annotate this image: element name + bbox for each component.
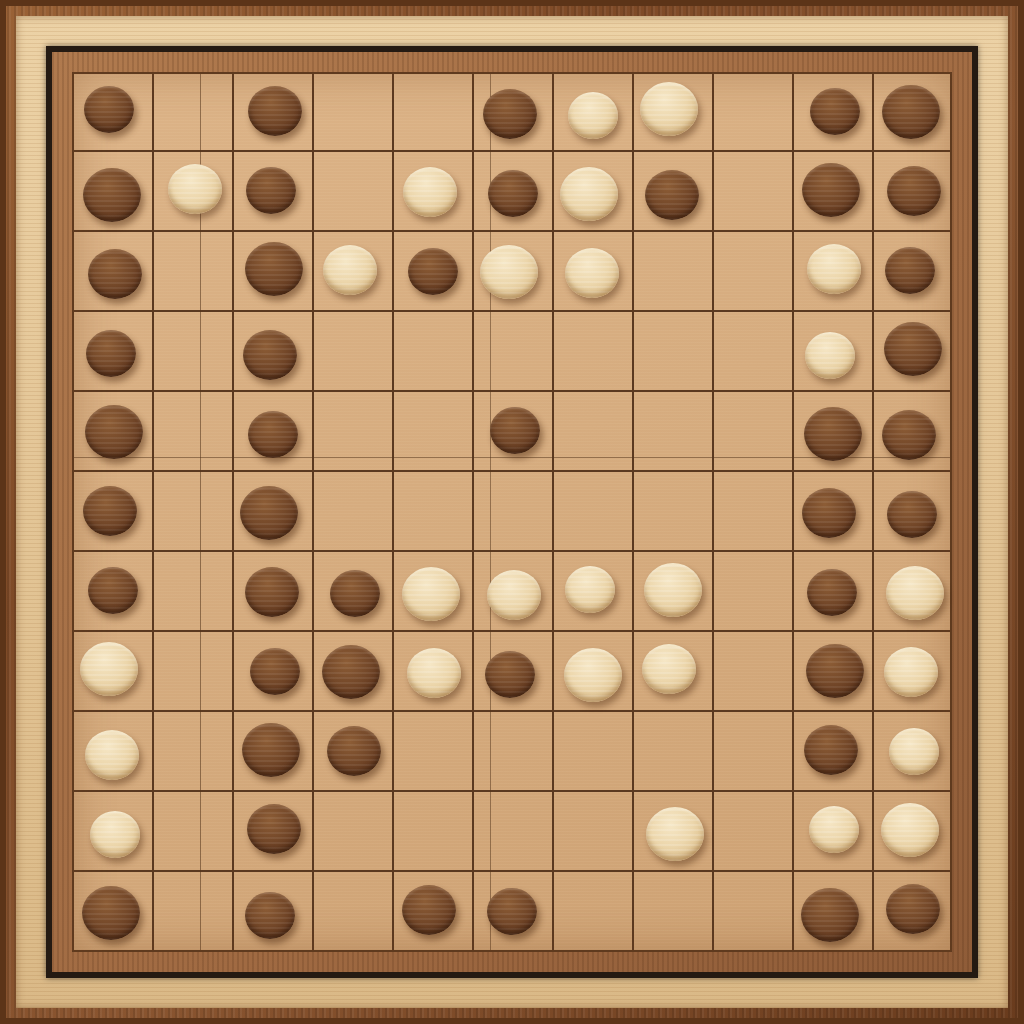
board-cell[interactable]	[392, 712, 472, 792]
board-cell[interactable]	[712, 712, 792, 792]
board-cell[interactable]	[232, 712, 312, 792]
board-cell[interactable]	[552, 552, 632, 632]
board-cell[interactable]	[392, 632, 472, 712]
dark-piece[interactable]	[810, 88, 860, 135]
board-cell[interactable]	[632, 72, 712, 152]
dark-piece[interactable]	[802, 163, 860, 217]
dark-piece[interactable]	[485, 651, 535, 698]
board-cell[interactable]	[72, 792, 152, 872]
board-cell[interactable]	[232, 312, 312, 392]
dark-piece[interactable]	[83, 168, 141, 222]
board-cell[interactable]	[312, 792, 392, 872]
board-cell[interactable]	[392, 232, 472, 312]
light-piece[interactable]	[642, 644, 696, 694]
board-cell[interactable]	[232, 632, 312, 712]
board-cell[interactable]	[792, 792, 872, 872]
board-cell[interactable]	[392, 552, 472, 632]
board-cell[interactable]	[312, 392, 392, 472]
board-cell[interactable]	[232, 152, 312, 232]
light-piece[interactable]	[640, 82, 698, 136]
light-piece[interactable]	[85, 730, 139, 780]
board-cell[interactable]	[632, 872, 712, 952]
board-cell[interactable]	[472, 712, 552, 792]
light-piece[interactable]	[564, 648, 622, 702]
dark-piece[interactable]	[88, 249, 142, 299]
dark-piece[interactable]	[248, 411, 298, 458]
board-cell[interactable]	[632, 552, 712, 632]
board-cell[interactable]	[472, 552, 552, 632]
board-cell[interactable]	[872, 872, 952, 952]
board-cell[interactable]	[632, 472, 712, 552]
board-cell[interactable]	[552, 72, 632, 152]
light-piece[interactable]	[889, 728, 939, 775]
dark-piece[interactable]	[487, 888, 537, 935]
board-cell[interactable]	[232, 472, 312, 552]
board-cell[interactable]	[152, 152, 232, 232]
light-piece[interactable]	[646, 807, 704, 861]
dark-piece[interactable]	[806, 644, 864, 698]
dark-piece[interactable]	[85, 405, 143, 459]
board-cell[interactable]	[712, 792, 792, 872]
light-piece[interactable]	[80, 642, 138, 696]
dark-piece[interactable]	[490, 407, 540, 454]
board-cell[interactable]	[472, 232, 552, 312]
board-cell[interactable]	[632, 792, 712, 872]
board-cell[interactable]	[232, 872, 312, 952]
board-cell[interactable]	[872, 792, 952, 872]
dark-piece[interactable]	[882, 85, 940, 139]
board-cell[interactable]	[792, 712, 872, 792]
board-cell[interactable]	[312, 552, 392, 632]
dark-piece[interactable]	[807, 569, 857, 616]
board-cell[interactable]	[472, 392, 552, 472]
board-cell[interactable]	[72, 552, 152, 632]
board-cell[interactable]	[392, 392, 472, 472]
light-piece[interactable]	[403, 167, 457, 217]
dark-piece[interactable]	[804, 725, 858, 775]
board-cell[interactable]	[712, 552, 792, 632]
light-piece[interactable]	[805, 332, 855, 379]
board-cell[interactable]	[872, 72, 952, 152]
board-cell[interactable]	[312, 872, 392, 952]
dark-piece[interactable]	[84, 86, 134, 133]
light-piece[interactable]	[323, 245, 377, 295]
dark-piece[interactable]	[88, 567, 138, 614]
dark-piece[interactable]	[801, 888, 859, 942]
dark-piece[interactable]	[884, 322, 942, 376]
board-cell[interactable]	[872, 472, 952, 552]
dark-piece[interactable]	[242, 723, 300, 777]
dark-piece[interactable]	[240, 486, 298, 540]
light-piece[interactable]	[807, 244, 861, 294]
dark-piece[interactable]	[83, 486, 137, 536]
board-cell[interactable]	[232, 792, 312, 872]
board-cell[interactable]	[552, 312, 632, 392]
board-cell[interactable]	[392, 72, 472, 152]
board-cell[interactable]	[312, 712, 392, 792]
board-cell[interactable]	[552, 152, 632, 232]
light-piece[interactable]	[884, 647, 938, 697]
board-cell[interactable]	[152, 712, 232, 792]
board-cell[interactable]	[392, 872, 472, 952]
light-piece[interactable]	[168, 164, 222, 214]
board-cell[interactable]	[872, 552, 952, 632]
board-cell[interactable]	[392, 312, 472, 392]
board-cell[interactable]	[472, 312, 552, 392]
board-cell[interactable]	[152, 72, 232, 152]
board-cell[interactable]	[72, 712, 152, 792]
board-cell[interactable]	[152, 872, 232, 952]
board-cell[interactable]	[312, 632, 392, 712]
board-cell[interactable]	[152, 392, 232, 472]
board-cell[interactable]	[712, 632, 792, 712]
board-cell[interactable]	[552, 392, 632, 472]
dark-piece[interactable]	[246, 167, 296, 214]
dark-piece[interactable]	[886, 884, 940, 934]
light-piece[interactable]	[565, 248, 619, 298]
board-cell[interactable]	[632, 312, 712, 392]
board-cell[interactable]	[472, 152, 552, 232]
board-cell[interactable]	[712, 472, 792, 552]
dark-piece[interactable]	[248, 86, 302, 136]
board-cell[interactable]	[552, 872, 632, 952]
board-cell[interactable]	[712, 232, 792, 312]
board-cell[interactable]	[872, 312, 952, 392]
board-cell[interactable]	[792, 232, 872, 312]
board-cell[interactable]	[232, 552, 312, 632]
board-cell[interactable]	[152, 472, 232, 552]
dark-piece[interactable]	[887, 491, 937, 538]
dark-piece[interactable]	[245, 892, 295, 939]
board-cell[interactable]	[792, 632, 872, 712]
board-cell[interactable]	[472, 792, 552, 872]
dark-piece[interactable]	[322, 645, 380, 699]
board-cell[interactable]	[392, 472, 472, 552]
board-cell[interactable]	[232, 72, 312, 152]
light-piece[interactable]	[881, 803, 939, 857]
board-cell[interactable]	[72, 72, 152, 152]
board-cell[interactable]	[312, 232, 392, 312]
board-cell[interactable]	[72, 152, 152, 232]
board-cell[interactable]	[792, 312, 872, 392]
dark-piece[interactable]	[885, 247, 935, 294]
light-piece[interactable]	[565, 566, 615, 613]
light-piece[interactable]	[568, 92, 618, 139]
board-cell[interactable]	[552, 712, 632, 792]
board-cell[interactable]	[152, 792, 232, 872]
dark-piece[interactable]	[402, 885, 456, 935]
board-cell[interactable]	[872, 152, 952, 232]
dark-piece[interactable]	[82, 886, 140, 940]
board-cell[interactable]	[312, 72, 392, 152]
light-piece[interactable]	[487, 570, 541, 620]
board-cell[interactable]	[472, 72, 552, 152]
board-cell[interactable]	[792, 72, 872, 152]
board-cell[interactable]	[872, 632, 952, 712]
board-cell[interactable]	[392, 152, 472, 232]
board-cell[interactable]	[712, 872, 792, 952]
board-cell[interactable]	[152, 232, 232, 312]
dark-piece[interactable]	[243, 330, 297, 380]
board-cell[interactable]	[72, 312, 152, 392]
board-cell[interactable]	[472, 632, 552, 712]
light-piece[interactable]	[886, 566, 944, 620]
board-cell[interactable]	[392, 792, 472, 872]
board-cell[interactable]	[152, 312, 232, 392]
board-cell[interactable]	[632, 232, 712, 312]
board-cell[interactable]	[232, 232, 312, 312]
dark-piece[interactable]	[887, 166, 941, 216]
board-cell[interactable]	[232, 392, 312, 472]
board-cell[interactable]	[872, 712, 952, 792]
board-cell[interactable]	[152, 552, 232, 632]
light-piece[interactable]	[90, 811, 140, 858]
board-cell[interactable]	[152, 632, 232, 712]
board-cell[interactable]	[632, 712, 712, 792]
board-cell[interactable]	[632, 152, 712, 232]
board-cell[interactable]	[472, 472, 552, 552]
light-piece[interactable]	[407, 648, 461, 698]
dark-piece[interactable]	[247, 804, 301, 854]
board-cell[interactable]	[552, 792, 632, 872]
board-cell[interactable]	[712, 312, 792, 392]
dark-piece[interactable]	[408, 248, 458, 295]
dark-piece[interactable]	[245, 242, 303, 296]
board-cell[interactable]	[552, 472, 632, 552]
dark-piece[interactable]	[882, 410, 936, 460]
board-cell[interactable]	[72, 392, 152, 472]
dark-piece[interactable]	[250, 648, 300, 695]
dark-piece[interactable]	[483, 89, 537, 139]
light-piece[interactable]	[560, 167, 618, 221]
board-cell[interactable]	[632, 632, 712, 712]
board-cell[interactable]	[792, 872, 872, 952]
board-cell[interactable]	[72, 232, 152, 312]
dark-piece[interactable]	[802, 488, 856, 538]
board-cell[interactable]	[552, 632, 632, 712]
board-cell[interactable]	[712, 152, 792, 232]
board-cell[interactable]	[312, 472, 392, 552]
board-cell[interactable]	[792, 392, 872, 472]
dark-piece[interactable]	[245, 567, 299, 617]
board-cell[interactable]	[632, 392, 712, 472]
board-cell[interactable]	[552, 232, 632, 312]
dark-piece[interactable]	[645, 170, 699, 220]
board-cell[interactable]	[712, 72, 792, 152]
board-cell[interactable]	[712, 392, 792, 472]
board-cell[interactable]	[472, 872, 552, 952]
dark-piece[interactable]	[327, 726, 381, 776]
board-cell[interactable]	[72, 872, 152, 952]
dark-piece[interactable]	[488, 170, 538, 217]
board-cell[interactable]	[872, 392, 952, 472]
wooden-frame-outer	[0, 0, 1024, 1024]
dark-piece[interactable]	[86, 330, 136, 377]
board-cell[interactable]	[312, 152, 392, 232]
light-piece[interactable]	[480, 245, 538, 299]
light-piece[interactable]	[644, 563, 702, 617]
board-field	[72, 72, 952, 952]
dark-piece[interactable]	[804, 407, 862, 461]
board-cell[interactable]	[792, 472, 872, 552]
board-cell[interactable]	[792, 552, 872, 632]
dark-piece[interactable]	[330, 570, 380, 617]
light-piece[interactable]	[402, 567, 460, 621]
light-piece[interactable]	[809, 806, 859, 853]
board-cell[interactable]	[72, 632, 152, 712]
board-cell[interactable]	[312, 312, 392, 392]
board-cell[interactable]	[792, 152, 872, 232]
board-cell[interactable]	[72, 472, 152, 552]
board-cell[interactable]	[872, 232, 952, 312]
